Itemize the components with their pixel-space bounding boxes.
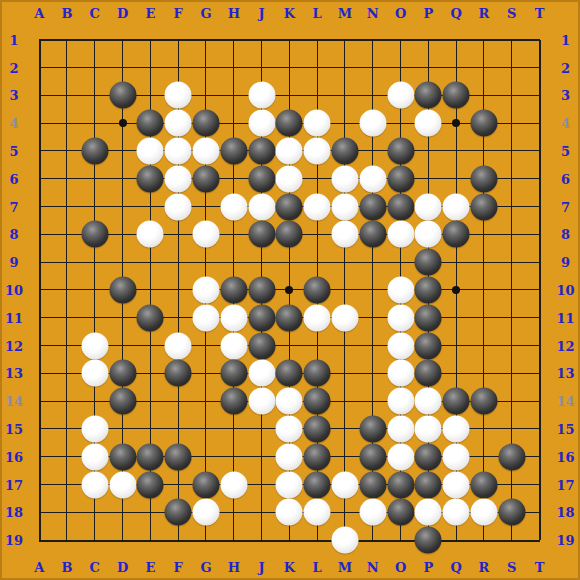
intersection-E8[interactable] (136, 220, 164, 248)
intersection-R12[interactable] (470, 332, 498, 360)
intersection-E2[interactable] (136, 54, 164, 82)
intersection-H8[interactable] (220, 220, 248, 248)
intersection-T14[interactable] (526, 387, 554, 415)
intersection-M14[interactable] (331, 387, 359, 415)
intersection-D19[interactable] (109, 526, 137, 554)
intersection-Q3[interactable] (442, 81, 470, 109)
intersection-N14[interactable] (359, 387, 387, 415)
intersection-S9[interactable] (498, 248, 526, 276)
intersection-T7[interactable] (526, 193, 554, 221)
intersection-K8[interactable] (275, 220, 303, 248)
intersection-K6[interactable] (275, 165, 303, 193)
intersection-L8[interactable] (303, 220, 331, 248)
intersection-Q12[interactable] (442, 332, 470, 360)
intersection-J6[interactable] (248, 165, 276, 193)
intersection-J4[interactable] (248, 109, 276, 137)
intersection-G2[interactable] (192, 54, 220, 82)
intersection-F11[interactable] (164, 304, 192, 332)
intersection-J12[interactable] (248, 332, 276, 360)
intersection-N6[interactable] (359, 165, 387, 193)
intersection-Q5[interactable] (442, 137, 470, 165)
intersection-E18[interactable] (136, 498, 164, 526)
intersection-M8[interactable] (331, 220, 359, 248)
intersection-P17[interactable] (414, 471, 442, 499)
intersection-T13[interactable] (526, 359, 554, 387)
intersection-B6[interactable] (53, 165, 81, 193)
intersection-L11[interactable] (303, 304, 331, 332)
intersection-H3[interactable] (220, 81, 248, 109)
intersection-T1[interactable] (526, 26, 554, 54)
intersection-H4[interactable] (220, 109, 248, 137)
intersection-E6[interactable] (136, 165, 164, 193)
intersection-M4[interactable] (331, 109, 359, 137)
intersection-B3[interactable] (53, 81, 81, 109)
intersection-P19[interactable] (414, 526, 442, 554)
intersection-M12[interactable] (331, 332, 359, 360)
intersection-F10[interactable] (164, 276, 192, 304)
intersection-Q6[interactable] (442, 165, 470, 193)
intersection-E4[interactable] (136, 109, 164, 137)
intersection-P14[interactable] (414, 387, 442, 415)
intersection-R17[interactable] (470, 471, 498, 499)
intersection-Q14[interactable] (442, 387, 470, 415)
intersection-Q1[interactable] (442, 26, 470, 54)
intersection-E5[interactable] (136, 137, 164, 165)
intersection-J5[interactable] (248, 137, 276, 165)
intersection-G12[interactable] (192, 332, 220, 360)
intersection-T17[interactable] (526, 471, 554, 499)
intersection-M5[interactable] (331, 137, 359, 165)
intersection-S15[interactable] (498, 415, 526, 443)
intersection-B4[interactable] (53, 109, 81, 137)
intersection-F16[interactable] (164, 443, 192, 471)
intersection-B17[interactable] (53, 471, 81, 499)
intersection-A1[interactable] (25, 26, 53, 54)
intersection-F18[interactable] (164, 498, 192, 526)
intersection-D9[interactable] (109, 248, 137, 276)
intersection-P10[interactable] (414, 276, 442, 304)
intersection-P5[interactable] (414, 137, 442, 165)
intersection-B9[interactable] (53, 248, 81, 276)
intersection-T2[interactable] (526, 54, 554, 82)
intersection-K17[interactable] (275, 471, 303, 499)
intersection-H7[interactable] (220, 193, 248, 221)
intersection-L9[interactable] (303, 248, 331, 276)
intersection-H1[interactable] (220, 26, 248, 54)
intersection-N2[interactable] (359, 54, 387, 82)
intersection-A14[interactable] (25, 387, 53, 415)
intersection-A9[interactable] (25, 248, 53, 276)
intersection-E17[interactable] (136, 471, 164, 499)
intersection-N1[interactable] (359, 26, 387, 54)
intersection-O5[interactable] (387, 137, 415, 165)
intersection-O14[interactable] (387, 387, 415, 415)
intersection-S14[interactable] (498, 387, 526, 415)
intersection-C11[interactable] (81, 304, 109, 332)
intersection-P11[interactable] (414, 304, 442, 332)
intersection-N8[interactable] (359, 220, 387, 248)
intersection-T19[interactable] (526, 526, 554, 554)
intersection-Q13[interactable] (442, 359, 470, 387)
intersection-N19[interactable] (359, 526, 387, 554)
intersection-D16[interactable] (109, 443, 137, 471)
intersection-A12[interactable] (25, 332, 53, 360)
intersection-L1[interactable] (303, 26, 331, 54)
intersection-T5[interactable] (526, 137, 554, 165)
intersection-P1[interactable] (414, 26, 442, 54)
intersection-S10[interactable] (498, 276, 526, 304)
intersection-F9[interactable] (164, 248, 192, 276)
intersection-K3[interactable] (275, 81, 303, 109)
intersection-L17[interactable] (303, 471, 331, 499)
intersection-L14[interactable] (303, 387, 331, 415)
intersection-D15[interactable] (109, 415, 137, 443)
intersection-J11[interactable] (248, 304, 276, 332)
intersection-R4[interactable] (470, 109, 498, 137)
intersection-A7[interactable] (25, 193, 53, 221)
intersection-L16[interactable] (303, 443, 331, 471)
intersection-A3[interactable] (25, 81, 53, 109)
intersection-A13[interactable] (25, 359, 53, 387)
intersection-A16[interactable] (25, 443, 53, 471)
intersection-F3[interactable] (164, 81, 192, 109)
intersection-E11[interactable] (136, 304, 164, 332)
intersection-M2[interactable] (331, 54, 359, 82)
intersection-D17[interactable] (109, 471, 137, 499)
intersection-L13[interactable] (303, 359, 331, 387)
intersection-O11[interactable] (387, 304, 415, 332)
intersection-C19[interactable] (81, 526, 109, 554)
intersection-O4[interactable] (387, 109, 415, 137)
intersection-G7[interactable] (192, 193, 220, 221)
intersection-D13[interactable] (109, 359, 137, 387)
intersection-K2[interactable] (275, 54, 303, 82)
intersection-D8[interactable] (109, 220, 137, 248)
intersection-A4[interactable] (25, 109, 53, 137)
intersection-Q19[interactable] (442, 526, 470, 554)
intersection-N5[interactable] (359, 137, 387, 165)
intersection-G18[interactable] (192, 498, 220, 526)
intersection-N4[interactable] (359, 109, 387, 137)
intersection-C14[interactable] (81, 387, 109, 415)
intersection-M16[interactable] (331, 443, 359, 471)
intersection-G9[interactable] (192, 248, 220, 276)
intersection-A5[interactable] (25, 137, 53, 165)
intersection-Q4[interactable] (442, 109, 470, 137)
intersection-J13[interactable] (248, 359, 276, 387)
intersection-E7[interactable] (136, 193, 164, 221)
intersection-M9[interactable] (331, 248, 359, 276)
intersection-O6[interactable] (387, 165, 415, 193)
intersection-C9[interactable] (81, 248, 109, 276)
intersection-J19[interactable] (248, 526, 276, 554)
intersection-F5[interactable] (164, 137, 192, 165)
intersection-J16[interactable] (248, 443, 276, 471)
intersection-Q11[interactable] (442, 304, 470, 332)
intersection-O17[interactable] (387, 471, 415, 499)
intersection-O8[interactable] (387, 220, 415, 248)
intersection-G11[interactable] (192, 304, 220, 332)
intersection-R10[interactable] (470, 276, 498, 304)
intersection-R9[interactable] (470, 248, 498, 276)
intersection-L19[interactable] (303, 526, 331, 554)
intersection-D7[interactable] (109, 193, 137, 221)
intersection-S12[interactable] (498, 332, 526, 360)
intersection-C17[interactable] (81, 471, 109, 499)
intersection-G1[interactable] (192, 26, 220, 54)
intersection-C6[interactable] (81, 165, 109, 193)
intersection-D6[interactable] (109, 165, 137, 193)
intersection-J14[interactable] (248, 387, 276, 415)
intersection-H13[interactable] (220, 359, 248, 387)
intersection-G17[interactable] (192, 471, 220, 499)
intersection-K4[interactable] (275, 109, 303, 137)
intersection-H11[interactable] (220, 304, 248, 332)
intersection-M6[interactable] (331, 165, 359, 193)
intersection-R2[interactable] (470, 54, 498, 82)
intersection-Q9[interactable] (442, 248, 470, 276)
intersection-J18[interactable] (248, 498, 276, 526)
intersection-C7[interactable] (81, 193, 109, 221)
intersection-O2[interactable] (387, 54, 415, 82)
intersection-H10[interactable] (220, 276, 248, 304)
intersection-C15[interactable] (81, 415, 109, 443)
intersection-N13[interactable] (359, 359, 387, 387)
intersection-D1[interactable] (109, 26, 137, 54)
intersection-K10[interactable] (275, 276, 303, 304)
intersection-Q8[interactable] (442, 220, 470, 248)
intersection-K11[interactable] (275, 304, 303, 332)
intersection-O13[interactable] (387, 359, 415, 387)
intersection-H17[interactable] (220, 471, 248, 499)
intersection-L3[interactable] (303, 81, 331, 109)
intersection-G19[interactable] (192, 526, 220, 554)
intersection-O15[interactable] (387, 415, 415, 443)
intersection-N11[interactable] (359, 304, 387, 332)
intersection-M10[interactable] (331, 276, 359, 304)
intersection-K7[interactable] (275, 193, 303, 221)
intersection-G14[interactable] (192, 387, 220, 415)
intersection-B7[interactable] (53, 193, 81, 221)
intersection-Q15[interactable] (442, 415, 470, 443)
intersection-J7[interactable] (248, 193, 276, 221)
intersection-T15[interactable] (526, 415, 554, 443)
intersection-T6[interactable] (526, 165, 554, 193)
intersection-L12[interactable] (303, 332, 331, 360)
intersection-T18[interactable] (526, 498, 554, 526)
intersection-C16[interactable] (81, 443, 109, 471)
intersection-M7[interactable] (331, 193, 359, 221)
intersection-K15[interactable] (275, 415, 303, 443)
intersection-M17[interactable] (331, 471, 359, 499)
intersection-L18[interactable] (303, 498, 331, 526)
intersection-T3[interactable] (526, 81, 554, 109)
intersection-B1[interactable] (53, 26, 81, 54)
intersection-D10[interactable] (109, 276, 137, 304)
intersection-J9[interactable] (248, 248, 276, 276)
intersection-J15[interactable] (248, 415, 276, 443)
intersection-C18[interactable] (81, 498, 109, 526)
intersection-M18[interactable] (331, 498, 359, 526)
intersection-S19[interactable] (498, 526, 526, 554)
intersection-E3[interactable] (136, 81, 164, 109)
intersection-E1[interactable] (136, 26, 164, 54)
intersection-Q2[interactable] (442, 54, 470, 82)
intersection-F17[interactable] (164, 471, 192, 499)
intersection-O18[interactable] (387, 498, 415, 526)
intersection-C10[interactable] (81, 276, 109, 304)
intersection-E16[interactable] (136, 443, 164, 471)
intersection-J10[interactable] (248, 276, 276, 304)
intersection-B10[interactable] (53, 276, 81, 304)
intersection-B5[interactable] (53, 137, 81, 165)
intersection-P9[interactable] (414, 248, 442, 276)
intersection-C4[interactable] (81, 109, 109, 137)
intersection-D14[interactable] (109, 387, 137, 415)
intersection-P16[interactable] (414, 443, 442, 471)
intersection-E9[interactable] (136, 248, 164, 276)
intersection-O16[interactable] (387, 443, 415, 471)
intersection-P3[interactable] (414, 81, 442, 109)
intersection-A8[interactable] (25, 220, 53, 248)
intersection-A17[interactable] (25, 471, 53, 499)
intersection-R18[interactable] (470, 498, 498, 526)
intersection-K13[interactable] (275, 359, 303, 387)
intersection-Q7[interactable] (442, 193, 470, 221)
intersection-A15[interactable] (25, 415, 53, 443)
intersection-L7[interactable] (303, 193, 331, 221)
intersection-G16[interactable] (192, 443, 220, 471)
intersection-Q10[interactable] (442, 276, 470, 304)
intersection-D3[interactable] (109, 81, 137, 109)
intersection-S8[interactable] (498, 220, 526, 248)
intersection-M1[interactable] (331, 26, 359, 54)
intersection-D11[interactable] (109, 304, 137, 332)
intersection-B13[interactable] (53, 359, 81, 387)
intersection-M13[interactable] (331, 359, 359, 387)
intersection-E12[interactable] (136, 332, 164, 360)
intersection-O9[interactable] (387, 248, 415, 276)
intersection-C5[interactable] (81, 137, 109, 165)
intersection-R13[interactable] (470, 359, 498, 387)
intersection-J17[interactable] (248, 471, 276, 499)
intersection-G6[interactable] (192, 165, 220, 193)
intersection-F6[interactable] (164, 165, 192, 193)
intersection-G13[interactable] (192, 359, 220, 387)
intersection-G15[interactable] (192, 415, 220, 443)
intersection-P12[interactable] (414, 332, 442, 360)
intersection-E10[interactable] (136, 276, 164, 304)
intersection-D18[interactable] (109, 498, 137, 526)
intersection-F15[interactable] (164, 415, 192, 443)
intersection-N7[interactable] (359, 193, 387, 221)
intersection-S16[interactable] (498, 443, 526, 471)
intersection-S5[interactable] (498, 137, 526, 165)
intersection-B2[interactable] (53, 54, 81, 82)
intersection-G3[interactable] (192, 81, 220, 109)
intersection-B15[interactable] (53, 415, 81, 443)
intersection-S2[interactable] (498, 54, 526, 82)
intersection-E15[interactable] (136, 415, 164, 443)
intersection-D2[interactable] (109, 54, 137, 82)
intersection-S13[interactable] (498, 359, 526, 387)
intersection-H6[interactable] (220, 165, 248, 193)
intersection-F7[interactable] (164, 193, 192, 221)
intersection-R5[interactable] (470, 137, 498, 165)
intersection-R7[interactable] (470, 193, 498, 221)
intersection-S4[interactable] (498, 109, 526, 137)
intersection-L15[interactable] (303, 415, 331, 443)
intersection-C3[interactable] (81, 81, 109, 109)
intersection-N12[interactable] (359, 332, 387, 360)
intersection-R15[interactable] (470, 415, 498, 443)
intersection-G10[interactable] (192, 276, 220, 304)
intersection-F8[interactable] (164, 220, 192, 248)
intersection-M15[interactable] (331, 415, 359, 443)
intersection-B19[interactable] (53, 526, 81, 554)
intersection-J3[interactable] (248, 81, 276, 109)
intersection-T9[interactable] (526, 248, 554, 276)
intersection-A18[interactable] (25, 498, 53, 526)
intersection-P4[interactable] (414, 109, 442, 137)
intersection-A10[interactable] (25, 276, 53, 304)
intersection-O10[interactable] (387, 276, 415, 304)
intersection-G4[interactable] (192, 109, 220, 137)
intersection-L4[interactable] (303, 109, 331, 137)
intersection-K16[interactable] (275, 443, 303, 471)
intersection-H9[interactable] (220, 248, 248, 276)
intersection-N3[interactable] (359, 81, 387, 109)
intersection-C1[interactable] (81, 26, 109, 54)
intersection-Q16[interactable] (442, 443, 470, 471)
intersection-D12[interactable] (109, 332, 137, 360)
intersection-G8[interactable] (192, 220, 220, 248)
intersection-H2[interactable] (220, 54, 248, 82)
intersection-E13[interactable] (136, 359, 164, 387)
intersection-J2[interactable] (248, 54, 276, 82)
intersection-H19[interactable] (220, 526, 248, 554)
intersection-F4[interactable] (164, 109, 192, 137)
intersection-M19[interactable] (331, 526, 359, 554)
intersection-H14[interactable] (220, 387, 248, 415)
intersection-S18[interactable] (498, 498, 526, 526)
intersection-R11[interactable] (470, 304, 498, 332)
intersection-C13[interactable] (81, 359, 109, 387)
intersection-R3[interactable] (470, 81, 498, 109)
intersection-A2[interactable] (25, 54, 53, 82)
intersection-R19[interactable] (470, 526, 498, 554)
intersection-S1[interactable] (498, 26, 526, 54)
intersection-O1[interactable] (387, 26, 415, 54)
intersection-G5[interactable] (192, 137, 220, 165)
intersection-B14[interactable] (53, 387, 81, 415)
intersection-K18[interactable] (275, 498, 303, 526)
intersection-T4[interactable] (526, 109, 554, 137)
intersection-P6[interactable] (414, 165, 442, 193)
intersection-E14[interactable] (136, 387, 164, 415)
intersection-T12[interactable] (526, 332, 554, 360)
intersection-R8[interactable] (470, 220, 498, 248)
intersection-T10[interactable] (526, 276, 554, 304)
intersection-N9[interactable] (359, 248, 387, 276)
intersection-A19[interactable] (25, 526, 53, 554)
intersection-J8[interactable] (248, 220, 276, 248)
intersection-O3[interactable] (387, 81, 415, 109)
intersection-F19[interactable] (164, 526, 192, 554)
intersection-T16[interactable] (526, 443, 554, 471)
intersection-R1[interactable] (470, 26, 498, 54)
intersection-S11[interactable] (498, 304, 526, 332)
